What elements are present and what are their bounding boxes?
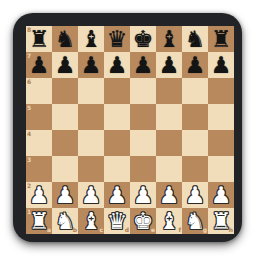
square-f5[interactable]	[156, 104, 182, 130]
piece-white-rook[interactable]: ♜	[208, 208, 234, 234]
piece-black-rook[interactable]: ♜	[208, 26, 234, 52]
square-d6[interactable]	[104, 78, 130, 104]
piece-black-pawn[interactable]: ♟	[104, 52, 130, 78]
square-b2[interactable]: ♟	[52, 182, 78, 208]
piece-white-knight[interactable]: ♞	[182, 208, 208, 234]
square-c4[interactable]	[78, 130, 104, 156]
piece-white-pawn[interactable]: ♟	[156, 182, 182, 208]
rank-label-3: 3	[27, 157, 31, 163]
square-h6[interactable]	[208, 78, 234, 104]
piece-white-queen[interactable]: ♛	[104, 208, 130, 234]
piece-white-rook[interactable]: ♜	[26, 208, 52, 234]
piece-black-queen[interactable]: ♛	[104, 26, 130, 52]
square-c5[interactable]	[78, 104, 104, 130]
square-d8[interactable]: ♛	[104, 26, 130, 52]
square-h5[interactable]	[208, 104, 234, 130]
square-g6[interactable]	[182, 78, 208, 104]
piece-black-bishop[interactable]: ♝	[156, 26, 182, 52]
square-f8[interactable]: ♝	[156, 26, 182, 52]
square-d2[interactable]: ♟	[104, 182, 130, 208]
square-g3[interactable]	[182, 156, 208, 182]
square-b7[interactable]: ♟	[52, 52, 78, 78]
square-c6[interactable]	[78, 78, 104, 104]
square-f4[interactable]	[156, 130, 182, 156]
piece-white-pawn[interactable]: ♟	[78, 182, 104, 208]
piece-white-knight[interactable]: ♞	[52, 208, 78, 234]
square-b5[interactable]	[52, 104, 78, 130]
square-f3[interactable]	[156, 156, 182, 182]
square-g7[interactable]: ♟	[182, 52, 208, 78]
piece-white-king[interactable]: ♚	[130, 208, 156, 234]
square-e1[interactable]: e♚	[130, 208, 156, 234]
piece-black-bishop[interactable]: ♝	[78, 26, 104, 52]
piece-white-bishop[interactable]: ♝	[156, 208, 182, 234]
square-b4[interactable]	[52, 130, 78, 156]
rank-label-5: 5	[27, 105, 31, 111]
square-d7[interactable]: ♟	[104, 52, 130, 78]
piece-black-pawn[interactable]: ♟	[26, 52, 52, 78]
square-b3[interactable]	[52, 156, 78, 182]
square-e2[interactable]: ♟	[130, 182, 156, 208]
square-c7[interactable]: ♟	[78, 52, 104, 78]
chessboard-screenshot: 8♜♞♝♛♚♝♞♜7♟♟♟♟♟♟♟♟65432♟♟♟♟♟♟♟♟1a♜b♞c♝d♛…	[0, 0, 256, 256]
chess-board: 8♜♞♝♛♚♝♞♜7♟♟♟♟♟♟♟♟65432♟♟♟♟♟♟♟♟1a♜b♞c♝d♛…	[26, 26, 234, 234]
piece-white-pawn[interactable]: ♟	[130, 182, 156, 208]
piece-white-pawn[interactable]: ♟	[26, 182, 52, 208]
square-f2[interactable]: ♟	[156, 182, 182, 208]
square-a2[interactable]: 2♟	[26, 182, 52, 208]
square-c2[interactable]: ♟	[78, 182, 104, 208]
square-e6[interactable]	[130, 78, 156, 104]
square-c1[interactable]: c♝	[78, 208, 104, 234]
piece-white-pawn[interactable]: ♟	[182, 182, 208, 208]
piece-black-pawn[interactable]: ♟	[182, 52, 208, 78]
piece-white-pawn[interactable]: ♟	[52, 182, 78, 208]
square-a8[interactable]: 8♜	[26, 26, 52, 52]
square-d3[interactable]	[104, 156, 130, 182]
square-e3[interactable]	[130, 156, 156, 182]
piece-black-pawn[interactable]: ♟	[78, 52, 104, 78]
square-a5[interactable]: 5	[26, 104, 52, 130]
piece-black-pawn[interactable]: ♟	[208, 52, 234, 78]
square-e8[interactable]: ♚	[130, 26, 156, 52]
rank-label-6: 6	[27, 79, 31, 85]
piece-white-pawn[interactable]: ♟	[208, 182, 234, 208]
square-f6[interactable]	[156, 78, 182, 104]
square-h4[interactable]	[208, 130, 234, 156]
square-h2[interactable]: ♟	[208, 182, 234, 208]
square-g1[interactable]: g♞	[182, 208, 208, 234]
piece-black-pawn[interactable]: ♟	[156, 52, 182, 78]
piece-black-pawn[interactable]: ♟	[52, 52, 78, 78]
square-h7[interactable]: ♟	[208, 52, 234, 78]
piece-black-king[interactable]: ♚	[130, 26, 156, 52]
piece-black-knight[interactable]: ♞	[182, 26, 208, 52]
square-g8[interactable]: ♞	[182, 26, 208, 52]
piece-white-pawn[interactable]: ♟	[104, 182, 130, 208]
square-h8[interactable]: ♜	[208, 26, 234, 52]
square-g4[interactable]	[182, 130, 208, 156]
square-e4[interactable]	[130, 130, 156, 156]
square-b6[interactable]	[52, 78, 78, 104]
square-e5[interactable]	[130, 104, 156, 130]
square-d5[interactable]	[104, 104, 130, 130]
piece-black-knight[interactable]: ♞	[52, 26, 78, 52]
square-d1[interactable]: d♛	[104, 208, 130, 234]
square-h1[interactable]: h♜	[208, 208, 234, 234]
square-b8[interactable]: ♞	[52, 26, 78, 52]
piece-white-bishop[interactable]: ♝	[78, 208, 104, 234]
square-a7[interactable]: 7♟	[26, 52, 52, 78]
square-e7[interactable]: ♟	[130, 52, 156, 78]
square-a6[interactable]: 6	[26, 78, 52, 104]
square-h3[interactable]	[208, 156, 234, 182]
square-a3[interactable]: 3	[26, 156, 52, 182]
rank-label-4: 4	[27, 131, 31, 137]
square-a4[interactable]: 4	[26, 130, 52, 156]
square-c3[interactable]	[78, 156, 104, 182]
square-g2[interactable]: ♟	[182, 182, 208, 208]
square-f1[interactable]: f♝	[156, 208, 182, 234]
piece-black-rook[interactable]: ♜	[26, 26, 52, 52]
square-f7[interactable]: ♟	[156, 52, 182, 78]
square-g5[interactable]	[182, 104, 208, 130]
square-c8[interactable]: ♝	[78, 26, 104, 52]
square-a1[interactable]: 1a♜	[26, 208, 52, 234]
square-b1[interactable]: b♞	[52, 208, 78, 234]
piece-black-pawn[interactable]: ♟	[130, 52, 156, 78]
square-d4[interactable]	[104, 130, 130, 156]
